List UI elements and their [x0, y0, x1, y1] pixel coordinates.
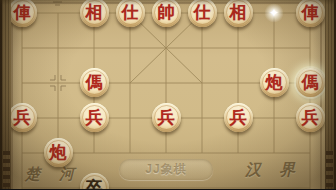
piece-label: 相 — [230, 4, 247, 21]
piece-black-卒[interactable]: 卒 — [80, 173, 109, 189]
piece-label: 仕 — [194, 4, 211, 21]
piece-label: 兵 — [230, 109, 247, 126]
piece-red-帥[interactable]: 帥 — [152, 0, 181, 27]
piece-red-相[interactable]: 相 — [224, 0, 253, 27]
xiangqi-game-screen: 楚河 汉界 JJ象棋 俥相仕帥仕相俥傌炮傌兵兵兵兵兵炮卒 ✦ — [0, 0, 336, 189]
piece-red-炮[interactable]: 炮 — [44, 138, 73, 167]
piece-red-傌[interactable]: 傌 — [80, 68, 109, 97]
piece-red-兵[interactable]: 兵 — [80, 103, 109, 132]
piece-red-炮[interactable]: 炮 — [260, 68, 289, 97]
board-grid: 俥相仕帥仕相俥傌炮傌兵兵兵兵兵炮卒 — [4, 0, 328, 189]
board-frame-left — [2, 0, 11, 189]
piece-label: 相 — [86, 4, 103, 21]
piece-red-兵[interactable]: 兵 — [8, 103, 37, 132]
piece-label: 帥 — [158, 4, 175, 21]
piece-label: 傌 — [302, 74, 319, 91]
board-frame-right — [325, 0, 334, 189]
piece-label: 俥 — [302, 4, 319, 21]
piece-red-相[interactable]: 相 — [80, 0, 109, 27]
piece-red-兵[interactable]: 兵 — [224, 103, 253, 132]
piece-label: 傌 — [86, 74, 103, 91]
piece-label: 炮 — [50, 144, 67, 161]
piece-label: 仕 — [122, 4, 139, 21]
piece-label: 炮 — [266, 74, 283, 91]
piece-red-傌[interactable]: 傌 — [296, 68, 325, 97]
piece-red-兵[interactable]: 兵 — [296, 103, 325, 132]
piece-label: 卒 — [86, 179, 103, 190]
piece-red-俥[interactable]: 俥 — [296, 0, 325, 27]
piece-red-兵[interactable]: 兵 — [152, 103, 181, 132]
piece-label: 兵 — [14, 109, 31, 126]
piece-red-仕[interactable]: 仕 — [116, 0, 145, 27]
piece-red-俥[interactable]: 俥 — [8, 0, 37, 27]
piece-label: 俥 — [14, 4, 31, 21]
piece-label: 兵 — [302, 109, 319, 126]
piece-label: 兵 — [86, 109, 103, 126]
piece-label: 兵 — [158, 109, 175, 126]
piece-red-仕[interactable]: 仕 — [188, 0, 217, 27]
